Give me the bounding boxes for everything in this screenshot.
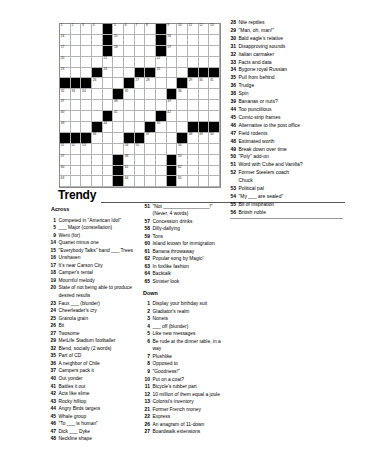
- clue-text: Unshaven: [59, 254, 149, 262]
- grid-cell[interactable]: [199, 46, 210, 57]
- grid-cell[interactable]: [81, 166, 92, 177]
- clue-down-38: 38Spin: [227, 90, 345, 98]
- grid-cell[interactable]: [103, 166, 114, 177]
- grid-cell[interactable]: [199, 89, 210, 100]
- grid-cell[interactable]: [156, 155, 167, 166]
- grid-cell[interactable]: [177, 68, 188, 79]
- grid-cell[interactable]: 52: [71, 144, 82, 155]
- grid-cell[interactable]: [188, 89, 199, 100]
- grid-cell[interactable]: [177, 35, 188, 46]
- grid-cell[interactable]: 27: [135, 78, 146, 89]
- grid-cell[interactable]: 7: [135, 24, 146, 35]
- cell-number: 17: [61, 46, 65, 50]
- clue-text: Camper's rental: [59, 269, 149, 277]
- cell-number: 16: [167, 35, 171, 39]
- grid-cell[interactable]: 19: [167, 46, 178, 57]
- grid-cell[interactable]: [209, 155, 220, 166]
- grid-cell[interactable]: [124, 68, 135, 79]
- grid-cell[interactable]: 8: [145, 24, 156, 35]
- grid-cell[interactable]: [199, 144, 210, 155]
- grid-cell[interactable]: [135, 35, 146, 46]
- clue-down-52: 52Former Steelers coach Chuck: [227, 169, 345, 185]
- grid-cell[interactable]: 20: [60, 57, 71, 68]
- grid-cell[interactable]: 29: [188, 78, 199, 89]
- grid-cell[interactable]: [156, 176, 167, 187]
- clue-across-15: 15"Everybody Talks" band ___ Trees: [45, 247, 148, 255]
- clue-number: 33: [227, 59, 236, 67]
- grid-cell[interactable]: [71, 100, 82, 111]
- grid-cell[interactable]: 42: [167, 111, 178, 122]
- grid-cell[interactable]: [209, 57, 220, 68]
- clue-text: Battles it out: [59, 383, 149, 391]
- grid-cell[interactable]: 34: [81, 89, 92, 100]
- clue-number: 63: [139, 263, 150, 271]
- clue-text: Express: [153, 413, 226, 421]
- grid-cell[interactable]: [199, 57, 210, 68]
- grid-cell[interactable]: [199, 35, 210, 46]
- grid-cell[interactable]: [81, 155, 92, 166]
- grid-cell[interactable]: [92, 35, 103, 46]
- grid-cell[interactable]: [156, 89, 167, 100]
- grid-cell[interactable]: [188, 155, 199, 166]
- grid-cell[interactable]: [135, 100, 146, 111]
- grid-cell[interactable]: 60: [60, 166, 71, 177]
- grid-cell[interactable]: [135, 155, 146, 166]
- grid-cell[interactable]: 11: [188, 24, 199, 35]
- clue-down-47: 47Field rodents: [227, 130, 345, 138]
- grid-cell[interactable]: [92, 176, 103, 187]
- clue-column-left: Across 1Competed in "American Idol"5___ …: [45, 206, 148, 443]
- grid-cell[interactable]: [209, 100, 220, 111]
- clue-across-51: 51"Not _________________!" (Never, 4 wor…: [139, 203, 225, 218]
- grid-cell[interactable]: [145, 35, 156, 46]
- grid-cell[interactable]: [92, 57, 103, 68]
- grid-cell[interactable]: 30: [199, 78, 210, 89]
- clue-down-33: 33Facts and data: [227, 59, 345, 67]
- grid-cell[interactable]: 65: [177, 176, 188, 187]
- grid-cell[interactable]: 64: [124, 176, 135, 187]
- grid-cell[interactable]: [167, 68, 178, 79]
- clue-down-36: 36Trudge: [227, 82, 345, 90]
- grid-cell[interactable]: 23: [60, 68, 71, 79]
- grid-cell[interactable]: [188, 144, 199, 155]
- grid-cell[interactable]: [92, 166, 103, 177]
- grid-cell[interactable]: [209, 176, 220, 187]
- clue-across-64: 64Backtalk: [139, 270, 225, 278]
- grid-cell[interactable]: [81, 111, 92, 122]
- clue-across-23: 23Faux ___ (blunder): [45, 300, 148, 308]
- grid-cell[interactable]: [167, 133, 178, 144]
- cell-number: 45: [157, 122, 161, 126]
- clue-down-3: 3Nonets: [139, 315, 225, 323]
- grid-cell[interactable]: [103, 176, 114, 187]
- grid-cell[interactable]: [156, 133, 167, 144]
- grid-cell[interactable]: [71, 176, 82, 187]
- grid-cell[interactable]: [124, 100, 135, 111]
- clue-text: Went (for): [59, 232, 149, 240]
- clue-column-middle: 51"Not _________________!" (Never, 4 wor…: [139, 203, 225, 436]
- grid-cell[interactable]: 57: [60, 155, 71, 166]
- grid-cell[interactable]: [81, 122, 92, 133]
- grid-cell[interactable]: [177, 100, 188, 111]
- grid-cell[interactable]: [209, 111, 220, 122]
- grid-cell[interactable]: 24: [103, 68, 114, 79]
- grid-cell[interactable]: [199, 111, 210, 122]
- clue-across-17: 17It's near Carson City: [45, 262, 148, 270]
- grid-cell[interactable]: [167, 78, 178, 89]
- grid-cell[interactable]: [209, 144, 220, 155]
- clue-across-14: 14Quartet minus one: [45, 239, 148, 247]
- grid-cell[interactable]: [103, 155, 114, 166]
- clue-text: Nonets: [153, 315, 226, 323]
- clue-number: 50: [227, 153, 236, 161]
- cell-number: 42: [167, 111, 171, 115]
- grid-cell[interactable]: [81, 35, 92, 46]
- clue-number: 37: [45, 367, 56, 375]
- clue-number: 39: [227, 98, 236, 106]
- clue-across-63: 63In foxlike fashion: [139, 263, 225, 271]
- grid-cell[interactable]: [103, 78, 114, 89]
- clue-across-46: 46"To ___ is human": [45, 420, 148, 428]
- clue-number: 64: [139, 270, 150, 278]
- clue-number: 12: [139, 391, 150, 399]
- grid-cell[interactable]: [135, 166, 146, 177]
- grid-cell[interactable]: [103, 89, 114, 100]
- clue-down-22: 22Express: [139, 413, 225, 421]
- clue-down-1: 1Display your birthday suit: [139, 300, 225, 308]
- black-cell: [156, 35, 167, 46]
- grid-cell[interactable]: [103, 100, 114, 111]
- clue-across-27: 27Twosome: [45, 330, 148, 338]
- grid-cell[interactable]: [145, 166, 156, 177]
- grid-cell[interactable]: 10: [177, 24, 188, 35]
- grid-cell[interactable]: [71, 122, 82, 133]
- grid-cell[interactable]: [177, 46, 188, 57]
- grid-cell[interactable]: [71, 166, 82, 177]
- clue-number: 19: [45, 277, 56, 285]
- clue-text: Former Steelers coach Chuck: [239, 169, 346, 185]
- grid-cell[interactable]: 55: [135, 144, 146, 155]
- grid-cell[interactable]: [124, 46, 135, 57]
- grid-cell[interactable]: [81, 57, 92, 68]
- clue-down-21: 21Former French money: [139, 406, 225, 414]
- clue-across-19: 19Mournful melody: [45, 277, 148, 285]
- grid-cell[interactable]: 18: [113, 46, 124, 57]
- grid-cell[interactable]: 44: [103, 122, 114, 133]
- clue-text: Popular song by Magic!: [153, 255, 226, 263]
- grid-cell[interactable]: 22: [156, 57, 167, 68]
- grid-cell[interactable]: [145, 46, 156, 57]
- clue-number: 21: [139, 406, 150, 414]
- grid-cell[interactable]: 45: [156, 122, 167, 133]
- cell-number: 25: [157, 68, 161, 72]
- grid-cell[interactable]: 49: [199, 133, 210, 144]
- grid-cell[interactable]: [199, 176, 210, 187]
- grid-cell[interactable]: 33: [71, 89, 82, 100]
- clues-end-rule: [230, 218, 343, 219]
- cell-number: 13: [210, 24, 214, 28]
- grid-cell[interactable]: 6: [124, 24, 135, 35]
- grid-cell[interactable]: 59: [177, 155, 188, 166]
- clue-number: 44: [227, 106, 236, 114]
- grid-cell[interactable]: [113, 144, 124, 155]
- clue-text: ___ Major (constellation): [59, 224, 149, 232]
- clue-text: Competed in "American Idol": [59, 217, 149, 225]
- clue-down-50: 50"Poly" add-on: [227, 153, 345, 161]
- grid-cell[interactable]: 50: [209, 133, 220, 144]
- grid-cell[interactable]: [188, 176, 199, 187]
- clue-down-6: 6Be rude at the dinner table, in a way: [139, 338, 225, 353]
- grid-cell[interactable]: [135, 89, 146, 100]
- grid-cell[interactable]: [92, 89, 103, 100]
- grid-cell[interactable]: [103, 144, 114, 155]
- cell-number: 12: [199, 24, 203, 28]
- across-clue-list: 1Competed in "American Idol"5___ Major (…: [45, 217, 148, 443]
- grid-cell[interactable]: 35: [124, 89, 135, 100]
- grid-cell[interactable]: [145, 155, 156, 166]
- clue-text: "To ___ is human": [59, 420, 149, 428]
- grid-cell[interactable]: 53: [81, 144, 92, 155]
- grid-cell[interactable]: [145, 89, 156, 100]
- grid-cell[interactable]: [113, 57, 124, 68]
- cell-number: 62: [178, 166, 182, 170]
- grid-cell[interactable]: [124, 35, 135, 46]
- clue-text: MetLife Stadium footballer: [59, 337, 149, 345]
- grid-cell[interactable]: [177, 57, 188, 68]
- clue-across-65: 65Sinister look: [139, 278, 225, 286]
- clue-number: 23: [45, 300, 56, 308]
- grid-cell[interactable]: [71, 35, 82, 46]
- grid-cell[interactable]: [177, 122, 188, 133]
- grid-cell[interactable]: [113, 122, 124, 133]
- grid-cell[interactable]: [124, 111, 135, 122]
- clue-number: 27: [45, 330, 56, 338]
- cell-number: 2: [71, 24, 73, 28]
- cell-number: 50: [210, 133, 214, 137]
- clue-number: 65: [139, 278, 150, 286]
- clue-down-7: 7Plushlike: [139, 353, 225, 361]
- clue-across-5: 5___ Major (constellation): [45, 224, 148, 232]
- clue-number: 8: [139, 360, 150, 368]
- grid-cell[interactable]: 31: [209, 78, 220, 89]
- grid-cell[interactable]: [113, 133, 124, 144]
- grid-cell[interactable]: 12: [199, 24, 210, 35]
- clue-down-31: 31Disapproving sounds: [227, 43, 345, 51]
- clue-number: 51: [139, 203, 150, 211]
- clue-number: 31: [227, 43, 236, 51]
- clue-down-4: 4___ off (blunder): [139, 323, 225, 331]
- black-cell: [60, 78, 71, 89]
- grid-cell[interactable]: [167, 144, 178, 155]
- cell-number: 32: [61, 90, 65, 94]
- clue-down-5: 5Like new messages: [139, 330, 225, 338]
- cell-number: 44: [103, 122, 107, 126]
- grid-cell[interactable]: [71, 111, 82, 122]
- cell-number: 3: [82, 24, 84, 28]
- grid-cell[interactable]: [188, 57, 199, 68]
- cell-number: 61: [125, 166, 129, 170]
- clue-text: Granola grain: [59, 315, 149, 323]
- clue-down-39: 39Bananas or nuts?: [227, 98, 345, 106]
- black-cell: [113, 176, 124, 187]
- clue-across-45: 45Whale group: [45, 413, 148, 421]
- clue-down-34: 34Bygone royal Russian: [227, 66, 345, 74]
- grid-cell[interactable]: 61: [124, 166, 135, 177]
- black-cell: [81, 78, 92, 89]
- clue-text: "Goodness!": [153, 368, 226, 376]
- grid-cell[interactable]: [103, 133, 114, 144]
- grid-cell[interactable]: [113, 68, 124, 79]
- clue-text: Put on a coat?: [153, 376, 226, 384]
- clue-number: 62: [139, 255, 150, 263]
- grid-cell[interactable]: [81, 68, 92, 79]
- grid-cell[interactable]: 47: [145, 133, 156, 144]
- clue-text: Disapproving sounds: [239, 43, 346, 51]
- grid-cell[interactable]: [71, 155, 82, 166]
- grid-cell[interactable]: [156, 100, 167, 111]
- grid-cell[interactable]: [92, 111, 103, 122]
- grid-cell[interactable]: [188, 111, 199, 122]
- grid-cell[interactable]: [71, 68, 82, 79]
- clue-text: Cheerleader's cry: [59, 307, 149, 315]
- grid-cell[interactable]: [209, 89, 220, 100]
- clue-number: 36: [227, 82, 236, 90]
- cell-number: 28: [146, 79, 150, 83]
- grid-cell[interactable]: [124, 57, 135, 68]
- cell-number: 24: [103, 68, 107, 72]
- grid-cell[interactable]: [167, 122, 178, 133]
- grid-cell[interactable]: [135, 57, 146, 68]
- grid-cell[interactable]: [71, 57, 82, 68]
- grid-cell[interactable]: 63: [60, 176, 71, 187]
- cell-number: 20: [61, 57, 65, 61]
- grid-cell[interactable]: [71, 46, 82, 57]
- clue-across-26: 26Bit: [45, 322, 148, 330]
- cell-number: 11: [189, 24, 192, 28]
- grid-cell[interactable]: [81, 176, 92, 187]
- grid-cell[interactable]: [135, 176, 146, 187]
- grid-cell[interactable]: [135, 122, 146, 133]
- grid-cell[interactable]: 2: [71, 24, 82, 35]
- grid-cell[interactable]: [124, 122, 135, 133]
- grid-cell[interactable]: [188, 100, 199, 111]
- cell-number: 21: [103, 57, 107, 61]
- grid-cell[interactable]: [81, 100, 92, 111]
- grid-cell[interactable]: [92, 155, 103, 166]
- grid-cell[interactable]: 26: [92, 78, 103, 89]
- clue-text: Bygone royal Russian: [239, 66, 346, 74]
- clue-text: Blend, socially (2 words): [59, 345, 149, 353]
- clue-number: 46: [45, 420, 56, 428]
- grid-cell[interactable]: 28: [145, 78, 156, 89]
- clue-text: Nile reptiles: [239, 19, 346, 27]
- grid-cell[interactable]: [145, 176, 156, 187]
- grid-cell[interactable]: 3: [81, 24, 92, 35]
- grid-cell[interactable]: 46: [92, 133, 103, 144]
- grid-cell[interactable]: [145, 57, 156, 68]
- grid-cell[interactable]: [209, 46, 220, 57]
- clue-down-45: 45Comic-strip frames: [227, 114, 345, 122]
- grid-cell[interactable]: 43: [60, 122, 71, 133]
- grid-cell[interactable]: [81, 46, 92, 57]
- grid-cell[interactable]: 41: [113, 111, 124, 122]
- cell-number: 65: [178, 177, 182, 181]
- grid-cell[interactable]: [199, 155, 210, 166]
- grid-cell[interactable]: [156, 166, 167, 177]
- clue-number: 1: [139, 300, 150, 308]
- grid-cell[interactable]: [177, 111, 188, 122]
- cell-number: 51: [61, 144, 65, 148]
- clue-text: "Everybody Talks" band ___ Trees: [59, 247, 149, 255]
- clue-number: 18: [45, 269, 56, 277]
- black-cell: [135, 68, 146, 79]
- grid-cell[interactable]: 21: [103, 57, 114, 68]
- clue-number: 35: [227, 74, 236, 82]
- grid-cell[interactable]: [209, 166, 220, 177]
- grid-cell[interactable]: [156, 144, 167, 155]
- across-header: Across: [51, 206, 148, 214]
- grid-cell[interactable]: 13: [209, 24, 220, 35]
- grid-cell[interactable]: [145, 144, 156, 155]
- cell-number: 9: [167, 24, 169, 28]
- grid-cell[interactable]: [113, 78, 124, 89]
- clue-text: Bit: [59, 322, 149, 330]
- clue-text: Faux ___ (blunder): [59, 300, 149, 308]
- grid-cell[interactable]: [92, 46, 103, 57]
- black-cell: [167, 176, 178, 187]
- grid-cell[interactable]: [92, 144, 103, 155]
- cell-number: 59: [178, 155, 182, 159]
- clue-number: 61: [139, 248, 150, 256]
- clue-number: 40: [45, 375, 56, 383]
- grid-cell[interactable]: 48: [188, 133, 199, 144]
- clue-across-20: 20State of not being able to produce des…: [45, 284, 148, 299]
- grid-cell[interactable]: 36: [177, 89, 188, 100]
- grid-cell[interactable]: 62: [177, 166, 188, 177]
- grid-cell[interactable]: 25: [156, 68, 167, 79]
- grid-cell[interactable]: [145, 100, 156, 111]
- clue-text: Banana throwaway: [153, 248, 226, 256]
- clue-text: A neighbor of Chile: [59, 360, 149, 368]
- clue-number: 52: [227, 169, 236, 177]
- grid-cell[interactable]: 58: [124, 155, 135, 166]
- grid-cell[interactable]: [199, 166, 210, 177]
- grid-cell[interactable]: 4: [92, 24, 103, 35]
- down-clue-list: 1Display your birthday suit2Gladiator's …: [139, 300, 225, 436]
- clue-down-46: 46Alternative to the post office: [227, 122, 345, 130]
- grid-cell[interactable]: [135, 46, 146, 57]
- grid-cell[interactable]: [156, 78, 167, 89]
- clue-down-48: 48Estimated worth: [227, 138, 345, 146]
- grid-cell[interactable]: [199, 100, 210, 111]
- grid-cell[interactable]: [188, 35, 199, 46]
- clue-down-27: 27Boardwalk extensions: [139, 428, 225, 436]
- grid-cell[interactable]: [209, 35, 220, 46]
- clue-text: Former French money: [153, 406, 226, 414]
- grid-cell[interactable]: [135, 111, 146, 122]
- grid-cell[interactable]: [92, 100, 103, 111]
- clue-down-28: 28Nile reptiles: [227, 19, 345, 27]
- grid-cell[interactable]: [188, 46, 199, 57]
- grid-cell[interactable]: [188, 166, 199, 177]
- clue-text: Opposed to: [153, 360, 226, 368]
- grid-cell[interactable]: [145, 111, 156, 122]
- clue-number: 34: [227, 66, 236, 74]
- cell-number: 57: [61, 155, 65, 159]
- clue-number: 58: [139, 225, 150, 233]
- clue-text: Neckline shape: [59, 435, 149, 443]
- grid-cell[interactable]: [167, 57, 178, 68]
